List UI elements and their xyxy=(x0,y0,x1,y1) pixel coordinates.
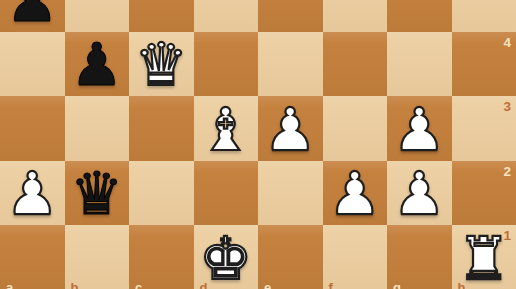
square-h5[interactable]: 5 xyxy=(452,0,516,32)
square-e4[interactable] xyxy=(258,32,323,97)
file-label-b: b xyxy=(71,281,79,289)
white-king-d1[interactable]: ♚ xyxy=(199,229,252,288)
square-c5[interactable] xyxy=(129,0,194,32)
square-a1[interactable]: a xyxy=(0,225,65,289)
square-c2[interactable] xyxy=(129,161,194,226)
square-e2[interactable] xyxy=(258,161,323,226)
square-b4[interactable]: ♟ xyxy=(65,32,130,97)
file-label-e: e xyxy=(264,281,271,289)
square-b3[interactable] xyxy=(65,96,130,161)
file-label-c: c xyxy=(135,281,142,289)
square-d5[interactable] xyxy=(194,0,259,32)
square-f4[interactable] xyxy=(323,32,388,97)
square-a3[interactable] xyxy=(0,96,65,161)
square-h2[interactable]: 2 xyxy=(452,161,516,226)
square-c3[interactable] xyxy=(129,96,194,161)
square-a4[interactable] xyxy=(0,32,65,97)
square-a2[interactable]: ♟ xyxy=(0,161,65,226)
square-b1[interactable]: b xyxy=(65,225,130,289)
square-f3[interactable] xyxy=(323,96,388,161)
white-bishop-d3[interactable]: ♝ xyxy=(199,100,252,159)
black-pawn-a5[interactable]: ♟ xyxy=(6,0,59,30)
square-e5[interactable] xyxy=(258,0,323,32)
white-pawn-g2[interactable]: ♟ xyxy=(393,164,446,223)
file-label-f: f xyxy=(329,281,333,289)
square-d1[interactable]: d♚ xyxy=(194,225,259,289)
white-pawn-a2[interactable]: ♟ xyxy=(6,164,59,223)
rank-label-4: 4 xyxy=(503,36,511,50)
square-b5[interactable] xyxy=(65,0,130,32)
square-a5[interactable]: ♟ xyxy=(0,0,65,32)
square-h4[interactable]: 4 xyxy=(452,32,516,97)
square-h3[interactable]: 3 xyxy=(452,96,516,161)
square-d4[interactable] xyxy=(194,32,259,97)
square-b2[interactable]: ♛ xyxy=(65,161,130,226)
square-g3[interactable]: ♟ xyxy=(387,96,452,161)
chess-board-viewport: 876♟5♟♛4♝♟♟3♟♛♟♟2abcd♚efg1h♜ xyxy=(0,0,516,289)
black-queen-b2[interactable]: ♛ xyxy=(70,164,123,223)
chess-board: 876♟5♟♛4♝♟♟3♟♛♟♟2abcd♚efg1h♜ xyxy=(0,0,516,289)
square-g5[interactable] xyxy=(387,0,452,32)
white-pawn-g3[interactable]: ♟ xyxy=(393,100,446,159)
square-h1[interactable]: 1h♜ xyxy=(452,225,516,289)
file-label-a: a xyxy=(6,281,13,289)
black-pawn-b4[interactable]: ♟ xyxy=(70,35,123,94)
square-f1[interactable]: f xyxy=(323,225,388,289)
square-f2[interactable]: ♟ xyxy=(323,161,388,226)
file-label-g: g xyxy=(393,281,401,289)
rank-label-2: 2 xyxy=(503,165,511,179)
rank-label-3: 3 xyxy=(503,100,511,114)
white-rook-h1[interactable]: ♜ xyxy=(457,229,510,288)
square-d2[interactable] xyxy=(194,161,259,226)
square-c1[interactable]: c xyxy=(129,225,194,289)
white-pawn-e3[interactable]: ♟ xyxy=(264,100,317,159)
square-e1[interactable]: e xyxy=(258,225,323,289)
square-g2[interactable]: ♟ xyxy=(387,161,452,226)
square-c4[interactable]: ♛ xyxy=(129,32,194,97)
square-d3[interactable]: ♝ xyxy=(194,96,259,161)
square-f5[interactable] xyxy=(323,0,388,32)
white-queen-c4[interactable]: ♛ xyxy=(135,35,188,94)
white-pawn-f2[interactable]: ♟ xyxy=(328,164,381,223)
square-e3[interactable]: ♟ xyxy=(258,96,323,161)
square-g1[interactable]: g xyxy=(387,225,452,289)
square-g4[interactable] xyxy=(387,32,452,97)
